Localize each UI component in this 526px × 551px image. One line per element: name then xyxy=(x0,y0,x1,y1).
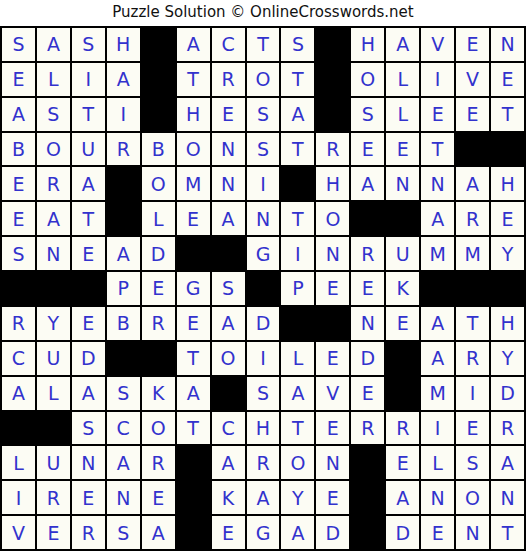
letter-cell-r5c15: H xyxy=(491,167,524,200)
letter-cell-r2c11: O xyxy=(351,63,384,96)
black-cell-r2c10 xyxy=(316,63,349,96)
letter-cell-r7c1: S xyxy=(2,237,35,270)
letter-cell-r7c13: M xyxy=(421,237,454,270)
letter-cell-r10c7: O xyxy=(212,342,245,375)
letter-cell-r13c5: R xyxy=(142,446,175,479)
letter-cell-r9c4: B xyxy=(107,307,140,340)
letter-cell-r2c13: I xyxy=(421,63,454,96)
black-cell-r5c9 xyxy=(281,167,314,200)
letter-cell-r2c15: E xyxy=(491,63,524,96)
letter-cell-r14c5: E xyxy=(142,481,175,514)
letter-cell-r2c6: T xyxy=(177,63,210,96)
letter-cell-r10c15: Y xyxy=(491,342,524,375)
letter-cell-r6c7: A xyxy=(212,202,245,235)
letter-cell-r15c8: G xyxy=(247,516,280,549)
letter-cell-r10c14: R xyxy=(456,342,489,375)
letter-cell-r13c14: S xyxy=(456,446,489,479)
black-cell-r3c10 xyxy=(316,98,349,131)
letter-cell-r10c10: E xyxy=(316,342,349,375)
letter-cell-r7c15: Y xyxy=(491,237,524,270)
letter-cell-r4c9: T xyxy=(281,133,314,166)
letter-cell-r1c15: N xyxy=(491,28,524,61)
letter-cell-r4c1: B xyxy=(2,133,35,166)
letter-cell-r13c4: A xyxy=(107,446,140,479)
black-cell-r8c8 xyxy=(247,272,280,305)
letter-cell-r3c12: L xyxy=(386,98,419,131)
letter-cell-r4c8: S xyxy=(247,133,280,166)
black-cell-r10c12 xyxy=(386,342,419,375)
letter-cell-r1c9: S xyxy=(281,28,314,61)
letter-cell-r12c9: T xyxy=(281,412,314,445)
black-cell-r4c14 xyxy=(456,133,489,166)
letter-cell-r4c12: E xyxy=(386,133,419,166)
black-cell-r8c1 xyxy=(2,272,35,305)
letter-cell-r7c4: A xyxy=(107,237,140,270)
letter-cell-r11c6: A xyxy=(177,377,210,410)
letter-cell-r9c11: N xyxy=(351,307,384,340)
black-cell-r10c4 xyxy=(107,342,140,375)
letter-cell-r14c2: R xyxy=(37,481,70,514)
black-cell-r8c14 xyxy=(456,272,489,305)
letter-cell-r6c14: R xyxy=(456,202,489,235)
letter-cell-r4c2: O xyxy=(37,133,70,166)
letter-cell-r5c14: A xyxy=(456,167,489,200)
letter-cell-r4c6: O xyxy=(177,133,210,166)
black-cell-r4c15 xyxy=(491,133,524,166)
letter-cell-r5c5: O xyxy=(142,167,175,200)
letter-cell-r1c13: V xyxy=(421,28,454,61)
letter-cell-r13c15: A xyxy=(491,446,524,479)
black-cell-r15c6 xyxy=(177,516,210,549)
black-cell-r11c12 xyxy=(386,377,419,410)
letter-cell-r13c3: N xyxy=(72,446,105,479)
letter-cell-r10c8: I xyxy=(247,342,280,375)
letter-cell-r9c6: E xyxy=(177,307,210,340)
black-cell-r13c6 xyxy=(177,446,210,479)
letter-cell-r10c6: T xyxy=(177,342,210,375)
letter-cell-r12c6: T xyxy=(177,412,210,445)
black-cell-r6c4 xyxy=(107,202,140,235)
letter-cell-r9c3: E xyxy=(72,307,105,340)
letter-cell-r3c1: A xyxy=(2,98,35,131)
letter-cell-r11c15: D xyxy=(491,377,524,410)
letter-cell-r5c13: N xyxy=(421,167,454,200)
letter-cell-r15c10: D xyxy=(316,516,349,549)
letter-cell-r12c3: S xyxy=(72,412,105,445)
letter-cell-r7c14: M xyxy=(456,237,489,270)
black-cell-r6c11 xyxy=(351,202,384,235)
black-cell-r8c3 xyxy=(72,272,105,305)
letter-cell-r15c13: E xyxy=(421,516,454,549)
letter-cell-r5c2: R xyxy=(37,167,70,200)
letter-cell-r6c9: T xyxy=(281,202,314,235)
letter-cell-r8c9: P xyxy=(281,272,314,305)
letter-cell-r6c3: T xyxy=(72,202,105,235)
letter-cell-r8c4: P xyxy=(107,272,140,305)
letter-cell-r5c10: H xyxy=(316,167,349,200)
letter-cell-r12c13: I xyxy=(421,412,454,445)
letter-cell-r9c14: T xyxy=(456,307,489,340)
letter-cell-r15c1: V xyxy=(2,516,35,549)
letter-cell-r7c3: E xyxy=(72,237,105,270)
page-title: Puzzle Solution © OnlineCrosswords.net xyxy=(0,0,526,26)
black-cell-r13c11 xyxy=(351,446,384,479)
letter-cell-r9c15: H xyxy=(491,307,524,340)
letter-cell-r6c1: E xyxy=(2,202,35,235)
letter-cell-r1c2: A xyxy=(37,28,70,61)
letter-cell-r14c7: K xyxy=(212,481,245,514)
black-cell-r12c1 xyxy=(2,412,35,445)
letter-cell-r8c12: K xyxy=(386,272,419,305)
letter-cell-r8c11: E xyxy=(351,272,384,305)
black-cell-r8c13 xyxy=(421,272,454,305)
letter-cell-r12c14: E xyxy=(456,412,489,445)
letter-cell-r12c11: R xyxy=(351,412,384,445)
letter-cell-r6c5: L xyxy=(142,202,175,235)
letter-cell-r10c13: A xyxy=(421,342,454,375)
letter-cell-r9c1: R xyxy=(2,307,35,340)
letter-cell-r7c9: I xyxy=(281,237,314,270)
black-cell-r9c9 xyxy=(281,307,314,340)
letter-cell-r14c13: N xyxy=(421,481,454,514)
letter-cell-r3c15: T xyxy=(491,98,524,131)
letter-cell-r15c15: T xyxy=(491,516,524,549)
letter-cell-r12c5: O xyxy=(142,412,175,445)
letter-cell-r9c13: A xyxy=(421,307,454,340)
letter-cell-r12c8: H xyxy=(247,412,280,445)
letter-cell-r5c3: A xyxy=(72,167,105,200)
letter-cell-r2c8: O xyxy=(247,63,280,96)
letter-cell-r13c10: N xyxy=(316,446,349,479)
letter-cell-r4c4: R xyxy=(107,133,140,166)
letter-cell-r1c6: A xyxy=(177,28,210,61)
letter-cell-r7c2: N xyxy=(37,237,70,270)
letter-cell-r6c2: A xyxy=(37,202,70,235)
letter-cell-r13c7: A xyxy=(212,446,245,479)
letter-cell-r3c8: S xyxy=(247,98,280,131)
letter-cell-r12c12: R xyxy=(386,412,419,445)
letter-cell-r14c10: E xyxy=(316,481,349,514)
letter-cell-r11c4: S xyxy=(107,377,140,410)
letter-cell-r5c1: E xyxy=(2,167,35,200)
letter-cell-r11c11: E xyxy=(351,377,384,410)
letter-cell-r7c10: N xyxy=(316,237,349,270)
crossword-board: SASHACTSHAVENELIATROTOLIVEASTIHESASLEETB… xyxy=(0,26,526,551)
letter-cell-r4c5: B xyxy=(142,133,175,166)
letter-cell-r11c1: A xyxy=(2,377,35,410)
letter-cell-r1c1: S xyxy=(2,28,35,61)
letter-cell-r3c2: S xyxy=(37,98,70,131)
letter-cell-r6c8: N xyxy=(247,202,280,235)
letter-cell-r10c11: D xyxy=(351,342,384,375)
letter-cell-r14c9: Y xyxy=(281,481,314,514)
letter-cell-r15c4: S xyxy=(107,516,140,549)
letter-cell-r5c6: M xyxy=(177,167,210,200)
letter-cell-r10c2: U xyxy=(37,342,70,375)
letter-cell-r1c8: T xyxy=(247,28,280,61)
letter-cell-r4c7: N xyxy=(212,133,245,166)
letter-cell-r13c13: L xyxy=(421,446,454,479)
letter-cell-r14c14: O xyxy=(456,481,489,514)
letter-cell-r10c9: L xyxy=(281,342,314,375)
letter-cell-r11c5: K xyxy=(142,377,175,410)
letter-cell-r9c8: D xyxy=(247,307,280,340)
black-cell-r1c10 xyxy=(316,28,349,61)
letter-cell-r14c4: N xyxy=(107,481,140,514)
letter-cell-r5c7: N xyxy=(212,167,245,200)
letter-cell-r2c1: E xyxy=(2,63,35,96)
black-cell-r3c5 xyxy=(142,98,175,131)
black-cell-r12c2 xyxy=(37,412,70,445)
letter-cell-r15c12: D xyxy=(386,516,419,549)
black-cell-r6c12 xyxy=(386,202,419,235)
black-cell-r9c10 xyxy=(316,307,349,340)
black-cell-r14c11 xyxy=(351,481,384,514)
letter-cell-r1c7: C xyxy=(212,28,245,61)
letter-cell-r13c8: R xyxy=(247,446,280,479)
letter-cell-r13c9: O xyxy=(281,446,314,479)
letter-cell-r15c5: A xyxy=(142,516,175,549)
letter-cell-r3c11: S xyxy=(351,98,384,131)
letter-cell-r11c13: M xyxy=(421,377,454,410)
letter-cell-r5c8: I xyxy=(247,167,280,200)
letter-cell-r12c15: R xyxy=(491,412,524,445)
letter-cell-r11c9: A xyxy=(281,377,314,410)
letter-cell-r11c10: V xyxy=(316,377,349,410)
black-cell-r7c6 xyxy=(177,237,210,270)
letter-cell-r11c3: A xyxy=(72,377,105,410)
black-cell-r10c5 xyxy=(142,342,175,375)
letter-cell-r8c7: S xyxy=(212,272,245,305)
letter-cell-r11c14: I xyxy=(456,377,489,410)
black-cell-r15c11 xyxy=(351,516,384,549)
letter-cell-r7c12: U xyxy=(386,237,419,270)
letter-cell-r13c12: E xyxy=(386,446,419,479)
letter-cell-r11c2: L xyxy=(37,377,70,410)
letter-cell-r9c2: Y xyxy=(37,307,70,340)
letter-cell-r12c7: C xyxy=(212,412,245,445)
letter-cell-r13c1: L xyxy=(2,446,35,479)
letter-cell-r2c9: T xyxy=(281,63,314,96)
black-cell-r5c4 xyxy=(107,167,140,200)
letter-cell-r5c11: A xyxy=(351,167,384,200)
letter-cell-r6c10: O xyxy=(316,202,349,235)
letter-cell-r8c10: E xyxy=(316,272,349,305)
letter-cell-r6c6: E xyxy=(177,202,210,235)
letter-cell-r3c4: I xyxy=(107,98,140,131)
letter-cell-r7c5: D xyxy=(142,237,175,270)
letter-cell-r9c5: R xyxy=(142,307,175,340)
letter-cell-r4c3: U xyxy=(72,133,105,166)
puzzle-solution-page: Puzzle Solution © OnlineCrosswords.net S… xyxy=(0,0,526,551)
letter-cell-r14c15: N xyxy=(491,481,524,514)
letter-cell-r1c12: A xyxy=(386,28,419,61)
letter-cell-r15c2: E xyxy=(37,516,70,549)
letter-cell-r9c12: E xyxy=(386,307,419,340)
letter-cell-r4c13: T xyxy=(421,133,454,166)
letter-cell-r4c10: R xyxy=(316,133,349,166)
letter-cell-r15c3: R xyxy=(72,516,105,549)
letter-cell-r3c13: E xyxy=(421,98,454,131)
letter-cell-r2c4: A xyxy=(107,63,140,96)
letter-cell-r2c7: R xyxy=(212,63,245,96)
letter-cell-r9c7: A xyxy=(212,307,245,340)
letter-cell-r4c11: E xyxy=(351,133,384,166)
letter-cell-r2c2: L xyxy=(37,63,70,96)
letter-cell-r3c14: E xyxy=(456,98,489,131)
black-cell-r11c7 xyxy=(212,377,245,410)
letter-cell-r7c11: R xyxy=(351,237,384,270)
letter-cell-r3c7: E xyxy=(212,98,245,131)
black-cell-r1c5 xyxy=(142,28,175,61)
letter-cell-r2c14: V xyxy=(456,63,489,96)
black-cell-r7c7 xyxy=(212,237,245,270)
letter-cell-r8c5: E xyxy=(142,272,175,305)
letter-cell-r15c14: N xyxy=(456,516,489,549)
letter-cell-r2c3: I xyxy=(72,63,105,96)
letter-cell-r14c12: A xyxy=(386,481,419,514)
letter-cell-r1c11: H xyxy=(351,28,384,61)
black-cell-r14c6 xyxy=(177,481,210,514)
letter-cell-r11c8: S xyxy=(247,377,280,410)
letter-cell-r12c10: E xyxy=(316,412,349,445)
letter-cell-r6c15: E xyxy=(491,202,524,235)
black-cell-r8c15 xyxy=(491,272,524,305)
letter-cell-r14c3: E xyxy=(72,481,105,514)
letter-cell-r15c7: E xyxy=(212,516,245,549)
letter-cell-r3c3: T xyxy=(72,98,105,131)
letter-cell-r13c2: U xyxy=(37,446,70,479)
black-cell-r8c2 xyxy=(37,272,70,305)
letter-cell-r10c3: D xyxy=(72,342,105,375)
letter-cell-r7c8: G xyxy=(247,237,280,270)
letter-cell-r3c9: A xyxy=(281,98,314,131)
letter-cell-r3c6: H xyxy=(177,98,210,131)
letter-cell-r14c1: I xyxy=(2,481,35,514)
letter-cell-r2c12: L xyxy=(386,63,419,96)
letter-cell-r5c12: N xyxy=(386,167,419,200)
letter-cell-r6c13: A xyxy=(421,202,454,235)
letter-cell-r1c4: H xyxy=(107,28,140,61)
letter-cell-r8c6: G xyxy=(177,272,210,305)
letter-cell-r1c14: E xyxy=(456,28,489,61)
letter-cell-r14c8: A xyxy=(247,481,280,514)
letter-cell-r1c3: S xyxy=(72,28,105,61)
letter-cell-r10c1: C xyxy=(2,342,35,375)
black-cell-r2c5 xyxy=(142,63,175,96)
letter-cell-r12c4: C xyxy=(107,412,140,445)
letter-cell-r15c9: A xyxy=(281,516,314,549)
